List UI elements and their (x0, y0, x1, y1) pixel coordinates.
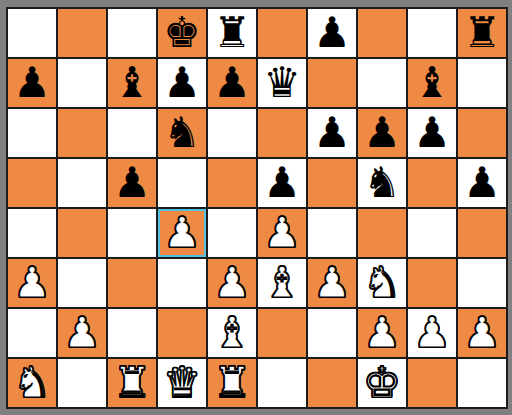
piece-white-king: ♚ (363, 359, 401, 407)
square-r7c9[interactable]: ♟ (408, 309, 456, 357)
square-r4c1[interactable] (8, 159, 56, 207)
square-r8c7[interactable] (308, 359, 356, 407)
piece-white-rook: ♜ (113, 359, 151, 407)
square-r8c10[interactable] (458, 359, 506, 407)
piece-black-pawn: ♟ (463, 159, 501, 207)
square-r7c2[interactable]: ♟ (58, 309, 106, 357)
square-r4c6[interactable]: ♟ (258, 159, 306, 207)
square-r3c7[interactable]: ♟ (308, 109, 356, 157)
piece-black-bishop: ♝ (113, 59, 151, 107)
piece-black-pawn: ♟ (213, 59, 251, 107)
piece-white-knight: ♞ (363, 259, 401, 307)
square-r3c1[interactable] (8, 109, 56, 157)
square-r1c8[interactable] (358, 9, 406, 57)
piece-black-king: ♚ (163, 9, 201, 57)
square-r6c6[interactable]: ♝ (258, 259, 306, 307)
piece-white-pawn: ♟ (213, 259, 251, 307)
square-r7c1[interactable] (8, 309, 56, 357)
piece-black-pawn: ♟ (313, 109, 351, 157)
square-r6c7[interactable]: ♟ (308, 259, 356, 307)
piece-white-pawn: ♟ (13, 259, 51, 307)
square-r8c1[interactable]: ♞ (8, 359, 56, 407)
square-r6c2[interactable] (58, 259, 106, 307)
square-r2c10[interactable] (458, 59, 506, 107)
piece-black-pawn: ♟ (263, 159, 301, 207)
square-r5c10[interactable] (458, 209, 506, 257)
square-r3c2[interactable] (58, 109, 106, 157)
square-r8c4[interactable]: ♛ (158, 359, 206, 407)
square-r2c2[interactable] (58, 59, 106, 107)
square-r8c5[interactable]: ♜ (208, 359, 256, 407)
square-r4c8[interactable]: ♞ (358, 159, 406, 207)
chess-board: ♚♜♟♜♟♝♟♟♛♝♞♟♟♟♟♟♞♟♟♟♟♟♝♟♞♟♝♟♟♟♞♜♛♜♚ (6, 7, 508, 409)
square-r6c4[interactable] (158, 259, 206, 307)
piece-white-pawn: ♟ (413, 309, 451, 357)
square-r4c2[interactable] (58, 159, 106, 207)
square-r3c3[interactable] (108, 109, 156, 157)
square-r1c7[interactable]: ♟ (308, 9, 356, 57)
square-r5c3[interactable] (108, 209, 156, 257)
square-r6c8[interactable]: ♞ (358, 259, 406, 307)
square-r6c9[interactable] (408, 259, 456, 307)
square-r1c2[interactable] (58, 9, 106, 57)
piece-black-pawn: ♟ (113, 159, 151, 207)
square-r2c3[interactable]: ♝ (108, 59, 156, 107)
square-r8c3[interactable]: ♜ (108, 359, 156, 407)
square-r4c7[interactable] (308, 159, 356, 207)
square-r3c5[interactable] (208, 109, 256, 157)
square-r4c3[interactable]: ♟ (108, 159, 156, 207)
piece-white-pawn: ♟ (63, 309, 101, 357)
square-r5c5[interactable] (208, 209, 256, 257)
piece-white-bishop: ♝ (263, 259, 301, 307)
square-r3c8[interactable]: ♟ (358, 109, 406, 157)
piece-black-pawn: ♟ (363, 109, 401, 157)
square-r2c5[interactable]: ♟ (208, 59, 256, 107)
game-window: ♚♜♟♜♟♝♟♟♛♝♞♟♟♟♟♟♞♟♟♟♟♟♝♟♞♟♝♟♟♟♞♜♛♜♚ (0, 0, 512, 415)
square-r8c6[interactable] (258, 359, 306, 407)
piece-black-pawn: ♟ (13, 59, 51, 107)
piece-black-pawn: ♟ (313, 9, 351, 57)
square-r3c10[interactable] (458, 109, 506, 157)
piece-white-pawn: ♟ (463, 309, 501, 357)
square-r1c5[interactable]: ♜ (208, 9, 256, 57)
square-r3c9[interactable]: ♟ (408, 109, 456, 157)
square-r6c10[interactable] (458, 259, 506, 307)
piece-black-knight: ♞ (363, 159, 401, 207)
piece-white-pawn: ♟ (363, 309, 401, 357)
square-r7c7[interactable] (308, 309, 356, 357)
square-r8c9[interactable] (408, 359, 456, 407)
piece-white-queen: ♛ (163, 359, 201, 407)
square-r8c2[interactable] (58, 359, 106, 407)
piece-white-knight: ♞ (13, 359, 51, 407)
square-r5c8[interactable] (358, 209, 406, 257)
square-r4c9[interactable] (408, 159, 456, 207)
square-r4c10[interactable]: ♟ (458, 159, 506, 207)
piece-black-pawn: ♟ (413, 109, 451, 157)
square-r1c4[interactable]: ♚ (158, 9, 206, 57)
square-r2c7[interactable] (308, 59, 356, 107)
square-r7c10[interactable]: ♟ (458, 309, 506, 357)
piece-white-bishop: ♝ (213, 309, 251, 357)
square-r2c4[interactable]: ♟ (158, 59, 206, 107)
piece-white-pawn: ♟ (313, 259, 351, 307)
piece-black-knight: ♞ (163, 109, 201, 157)
piece-black-pawn: ♟ (163, 59, 201, 107)
piece-white-pawn: ♟ (263, 209, 301, 257)
square-r4c4[interactable] (158, 159, 206, 207)
square-r3c4[interactable]: ♞ (158, 109, 206, 157)
square-r2c8[interactable] (358, 59, 406, 107)
square-r5c7[interactable] (308, 209, 356, 257)
square-r1c1[interactable] (8, 9, 56, 57)
square-r5c9[interactable] (408, 209, 456, 257)
square-r5c6[interactable]: ♟ (258, 209, 306, 257)
square-r2c1[interactable]: ♟ (8, 59, 56, 107)
square-r7c3[interactable] (108, 309, 156, 357)
square-r5c1[interactable] (8, 209, 56, 257)
piece-black-rook: ♜ (213, 9, 251, 57)
square-r1c3[interactable] (108, 9, 156, 57)
piece-white-pawn: ♟ (163, 209, 201, 257)
square-r8c8[interactable]: ♚ (358, 359, 406, 407)
square-r4c5[interactable] (208, 159, 256, 207)
square-r2c6[interactable]: ♛ (258, 59, 306, 107)
square-r2c9[interactable]: ♝ (408, 59, 456, 107)
square-r7c8[interactable]: ♟ (358, 309, 406, 357)
square-r5c4[interactable]: ♟ (158, 209, 206, 257)
square-r1c6[interactable] (258, 9, 306, 57)
square-r6c5[interactable]: ♟ (208, 259, 256, 307)
piece-black-queen: ♛ (263, 59, 301, 107)
square-r6c3[interactable] (108, 259, 156, 307)
square-r1c9[interactable] (408, 9, 456, 57)
square-r7c5[interactable]: ♝ (208, 309, 256, 357)
square-r3c6[interactable] (258, 109, 306, 157)
square-r7c4[interactable] (158, 309, 206, 357)
piece-black-bishop: ♝ (413, 59, 451, 107)
square-r5c2[interactable] (58, 209, 106, 257)
square-r1c10[interactable]: ♜ (458, 9, 506, 57)
piece-white-rook: ♜ (213, 359, 251, 407)
square-r7c6[interactable] (258, 309, 306, 357)
square-r6c1[interactable]: ♟ (8, 259, 56, 307)
piece-black-rook: ♜ (463, 9, 501, 57)
